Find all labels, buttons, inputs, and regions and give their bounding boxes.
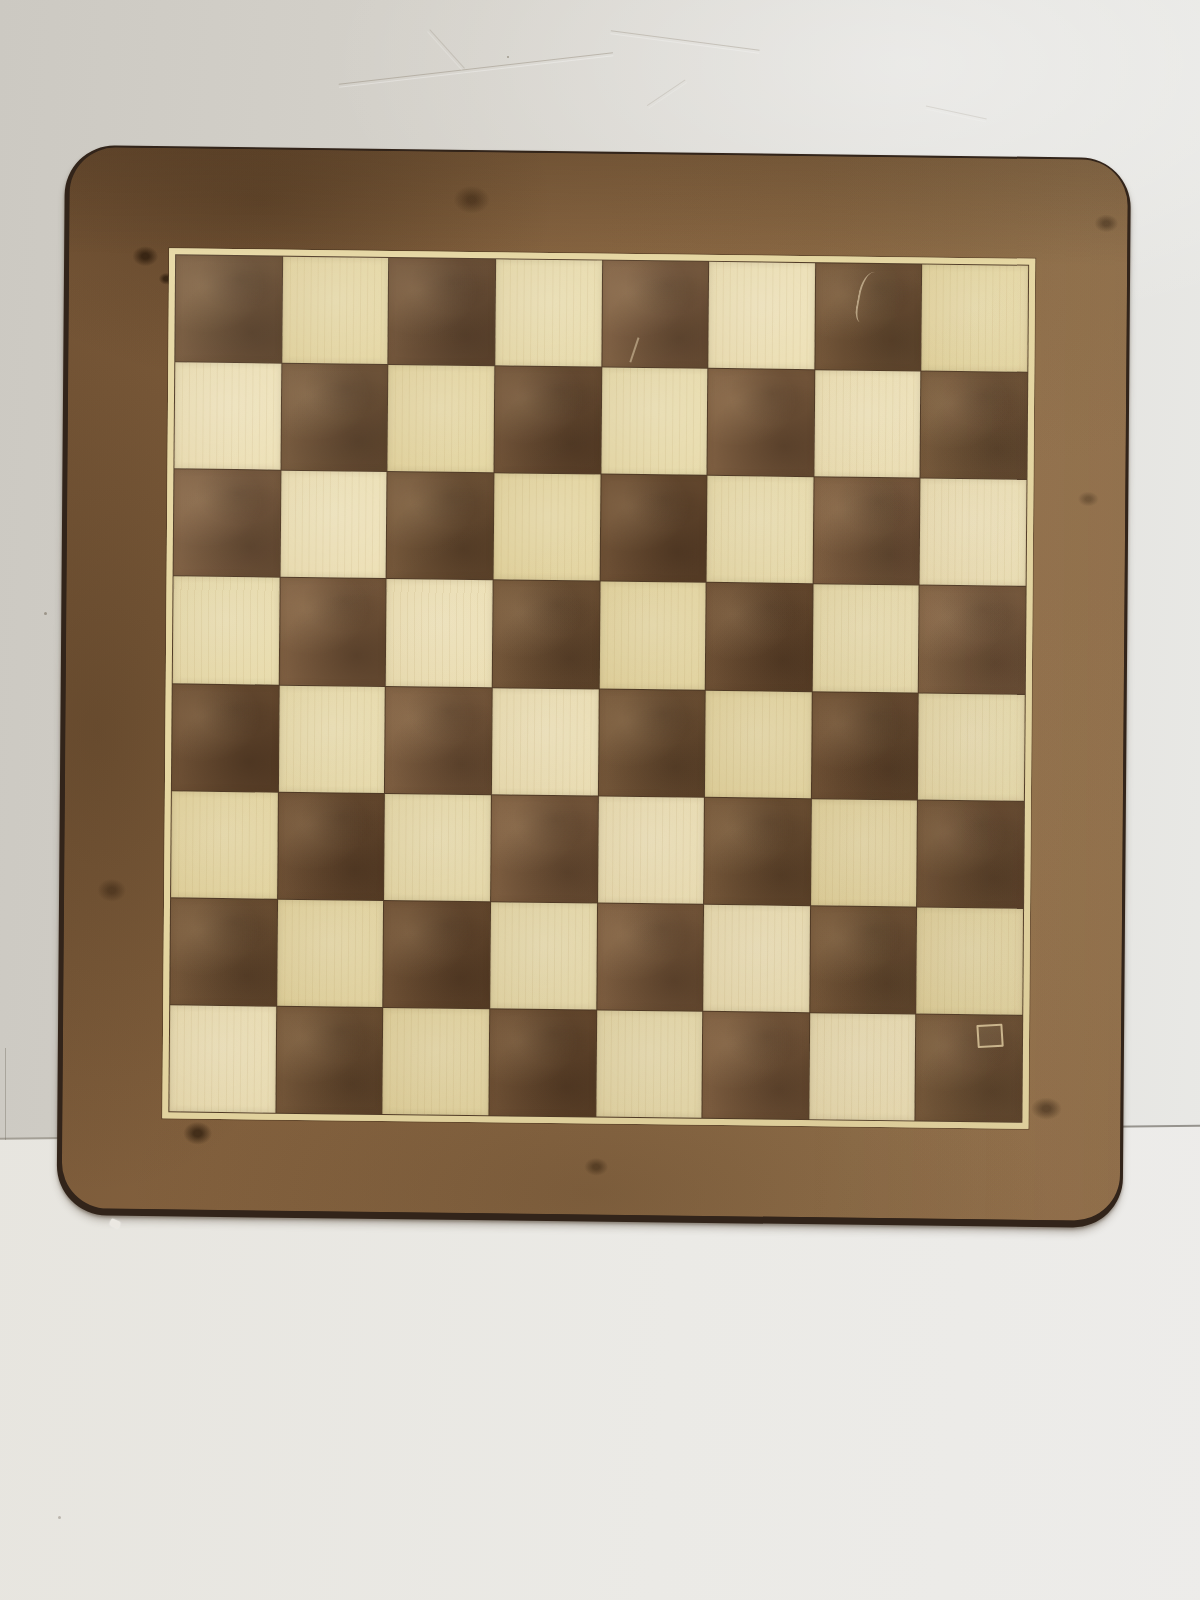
board-square [173, 577, 279, 684]
board-square [493, 474, 599, 581]
board-square [491, 795, 597, 902]
board-square [811, 799, 917, 906]
board-square [387, 472, 493, 579]
speck-mark [58, 1516, 61, 1519]
board-square [279, 578, 385, 685]
board-square [918, 693, 1024, 800]
board-square [494, 366, 600, 473]
board-square [596, 1010, 702, 1117]
board-square [493, 581, 599, 688]
board-square [705, 690, 811, 797]
board-square [383, 1008, 489, 1115]
board-square [383, 901, 489, 1008]
board-square [171, 791, 277, 898]
board-square [920, 479, 1026, 586]
board-square [703, 905, 809, 1012]
board-square [599, 582, 705, 689]
board-square [169, 1005, 275, 1112]
board-square [280, 471, 386, 578]
board-square [810, 906, 916, 1013]
board-square [922, 264, 1028, 371]
board-square [703, 1012, 809, 1119]
board-square [492, 688, 598, 795]
speck-mark [507, 56, 509, 58]
board-square [598, 796, 704, 903]
board-square [490, 902, 596, 1009]
board-square [812, 692, 918, 799]
board-square [707, 476, 813, 583]
board-square [389, 258, 495, 365]
sticker-residue-mark [976, 1024, 1003, 1048]
board-square [174, 470, 280, 577]
board-square [706, 583, 812, 690]
board-square [601, 368, 707, 475]
board-square [495, 259, 601, 366]
board-square [921, 372, 1027, 479]
speck-mark [44, 612, 47, 615]
board-square [814, 370, 920, 477]
board-square [279, 685, 385, 792]
board-square [600, 475, 706, 582]
playing-area [162, 248, 1035, 1129]
board-square [384, 794, 490, 901]
board-square [597, 903, 703, 1010]
board-square [602, 261, 708, 368]
board-square [917, 907, 1023, 1014]
board-square [276, 1007, 382, 1114]
board-square [708, 369, 814, 476]
board-square [704, 797, 810, 904]
board-square [385, 686, 491, 793]
board-grid [168, 254, 1029, 1122]
board-square [809, 1013, 915, 1120]
scene-photo [0, 0, 1200, 1600]
board-square [813, 477, 919, 584]
board-square [386, 579, 492, 686]
board-square [277, 899, 383, 1006]
board-square [919, 586, 1025, 693]
wall-corner-seam [5, 1048, 6, 1140]
board-square [388, 365, 494, 472]
board-square [813, 585, 919, 692]
board-frame [62, 147, 1128, 1221]
board-square [175, 255, 281, 362]
board-square [598, 689, 704, 796]
board-square [815, 263, 921, 370]
board-square [916, 1014, 1022, 1121]
board-square [282, 257, 388, 364]
board-square [172, 684, 278, 791]
crack-mark [853, 271, 886, 327]
board-square [489, 1009, 595, 1116]
board-square [170, 898, 276, 1005]
crack-small-mark [630, 337, 640, 362]
board-square [708, 262, 814, 369]
board-square [281, 364, 387, 471]
chess-board [57, 145, 1131, 1228]
board-square [174, 362, 280, 469]
board-square [278, 792, 384, 899]
board-square [917, 800, 1023, 907]
